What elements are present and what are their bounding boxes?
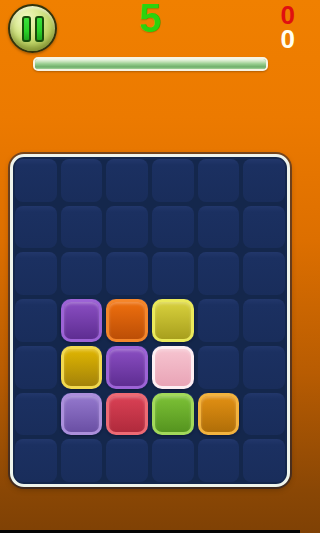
cell-r5c1	[59, 391, 105, 438]
empty-tile	[152, 206, 194, 249]
block-red[interactable]	[106, 393, 148, 436]
empty-tile	[152, 439, 194, 482]
progress-bar	[33, 57, 268, 71]
block-orange[interactable]	[106, 299, 148, 342]
empty-tile	[243, 346, 285, 389]
cell-r5c4	[196, 391, 242, 438]
cell-r0c0	[13, 157, 59, 204]
block-gold[interactable]	[61, 346, 103, 389]
empty-tile	[198, 439, 240, 482]
block-yellow[interactable]	[152, 299, 194, 342]
cell-r2c0	[13, 250, 59, 297]
empty-tile	[15, 346, 57, 389]
block-lavender[interactable]	[61, 393, 103, 436]
empty-tile	[198, 206, 240, 249]
cell-r4c5	[241, 344, 287, 391]
block-purple[interactable]	[61, 299, 103, 342]
empty-tile	[243, 299, 285, 342]
cell-r4c0	[13, 344, 59, 391]
empty-tile	[243, 206, 285, 249]
cell-r6c1	[59, 437, 105, 484]
empty-tile	[106, 206, 148, 249]
cell-r1c0	[13, 204, 59, 251]
empty-tile	[61, 206, 103, 249]
empty-tile	[198, 346, 240, 389]
cell-r0c2	[104, 157, 150, 204]
block-green[interactable]	[152, 393, 194, 436]
empty-tile	[243, 252, 285, 295]
cell-r0c5	[241, 157, 287, 204]
empty-tile	[15, 299, 57, 342]
empty-tile	[198, 159, 240, 202]
empty-tile	[106, 252, 148, 295]
cell-r3c1	[59, 297, 105, 344]
cell-r3c5	[241, 297, 287, 344]
cell-r4c2	[104, 344, 150, 391]
score-value: 5	[139, 0, 161, 40]
cell-r6c0	[13, 437, 59, 484]
cell-r3c3	[150, 297, 196, 344]
empty-tile	[198, 252, 240, 295]
block-pink[interactable]	[152, 346, 194, 389]
cell-r5c2	[104, 391, 150, 438]
empty-tile	[61, 439, 103, 482]
empty-tile	[106, 439, 148, 482]
cell-r2c4	[196, 250, 242, 297]
empty-tile	[61, 159, 103, 202]
cell-r1c1	[59, 204, 105, 251]
block-amber[interactable]	[198, 393, 240, 436]
cell-r2c2	[104, 250, 150, 297]
cell-r3c4	[196, 297, 242, 344]
cell-r4c1	[59, 344, 105, 391]
cell-r1c5	[241, 204, 287, 251]
cell-r3c2	[104, 297, 150, 344]
cell-r0c1	[59, 157, 105, 204]
cell-r2c3	[150, 250, 196, 297]
cell-r3c0	[13, 297, 59, 344]
cell-r4c3	[150, 344, 196, 391]
empty-tile	[61, 252, 103, 295]
empty-tile	[152, 159, 194, 202]
game-board	[10, 154, 290, 487]
empty-tile	[243, 439, 285, 482]
block-purple[interactable]	[106, 346, 148, 389]
counter-stack: 0 0	[281, 3, 295, 51]
empty-tile	[15, 439, 57, 482]
cell-r0c4	[196, 157, 242, 204]
cell-r2c5	[241, 250, 287, 297]
pause-button[interactable]	[8, 4, 57, 53]
cell-r6c2	[104, 437, 150, 484]
cell-r5c0	[13, 391, 59, 438]
pause-icon	[22, 16, 44, 42]
cell-r6c4	[196, 437, 242, 484]
empty-tile	[152, 252, 194, 295]
empty-tile	[243, 393, 285, 436]
cell-r5c3	[150, 391, 196, 438]
cell-r0c3	[150, 157, 196, 204]
cell-r1c2	[104, 204, 150, 251]
cell-r5c5	[241, 391, 287, 438]
empty-tile	[243, 159, 285, 202]
empty-tile	[198, 299, 240, 342]
empty-tile	[15, 159, 57, 202]
cell-r1c3	[150, 204, 196, 251]
cell-r6c3	[150, 437, 196, 484]
counter-white: 0	[281, 27, 295, 51]
progress-fill	[35, 59, 266, 69]
cell-r2c1	[59, 250, 105, 297]
cell-r4c4	[196, 344, 242, 391]
empty-tile	[15, 393, 57, 436]
board-grid	[13, 157, 287, 484]
empty-tile	[15, 252, 57, 295]
empty-tile	[106, 159, 148, 202]
empty-tile	[15, 206, 57, 249]
cell-r6c5	[241, 437, 287, 484]
game-screen: 5 0 0	[0, 0, 300, 533]
cell-r1c4	[196, 204, 242, 251]
